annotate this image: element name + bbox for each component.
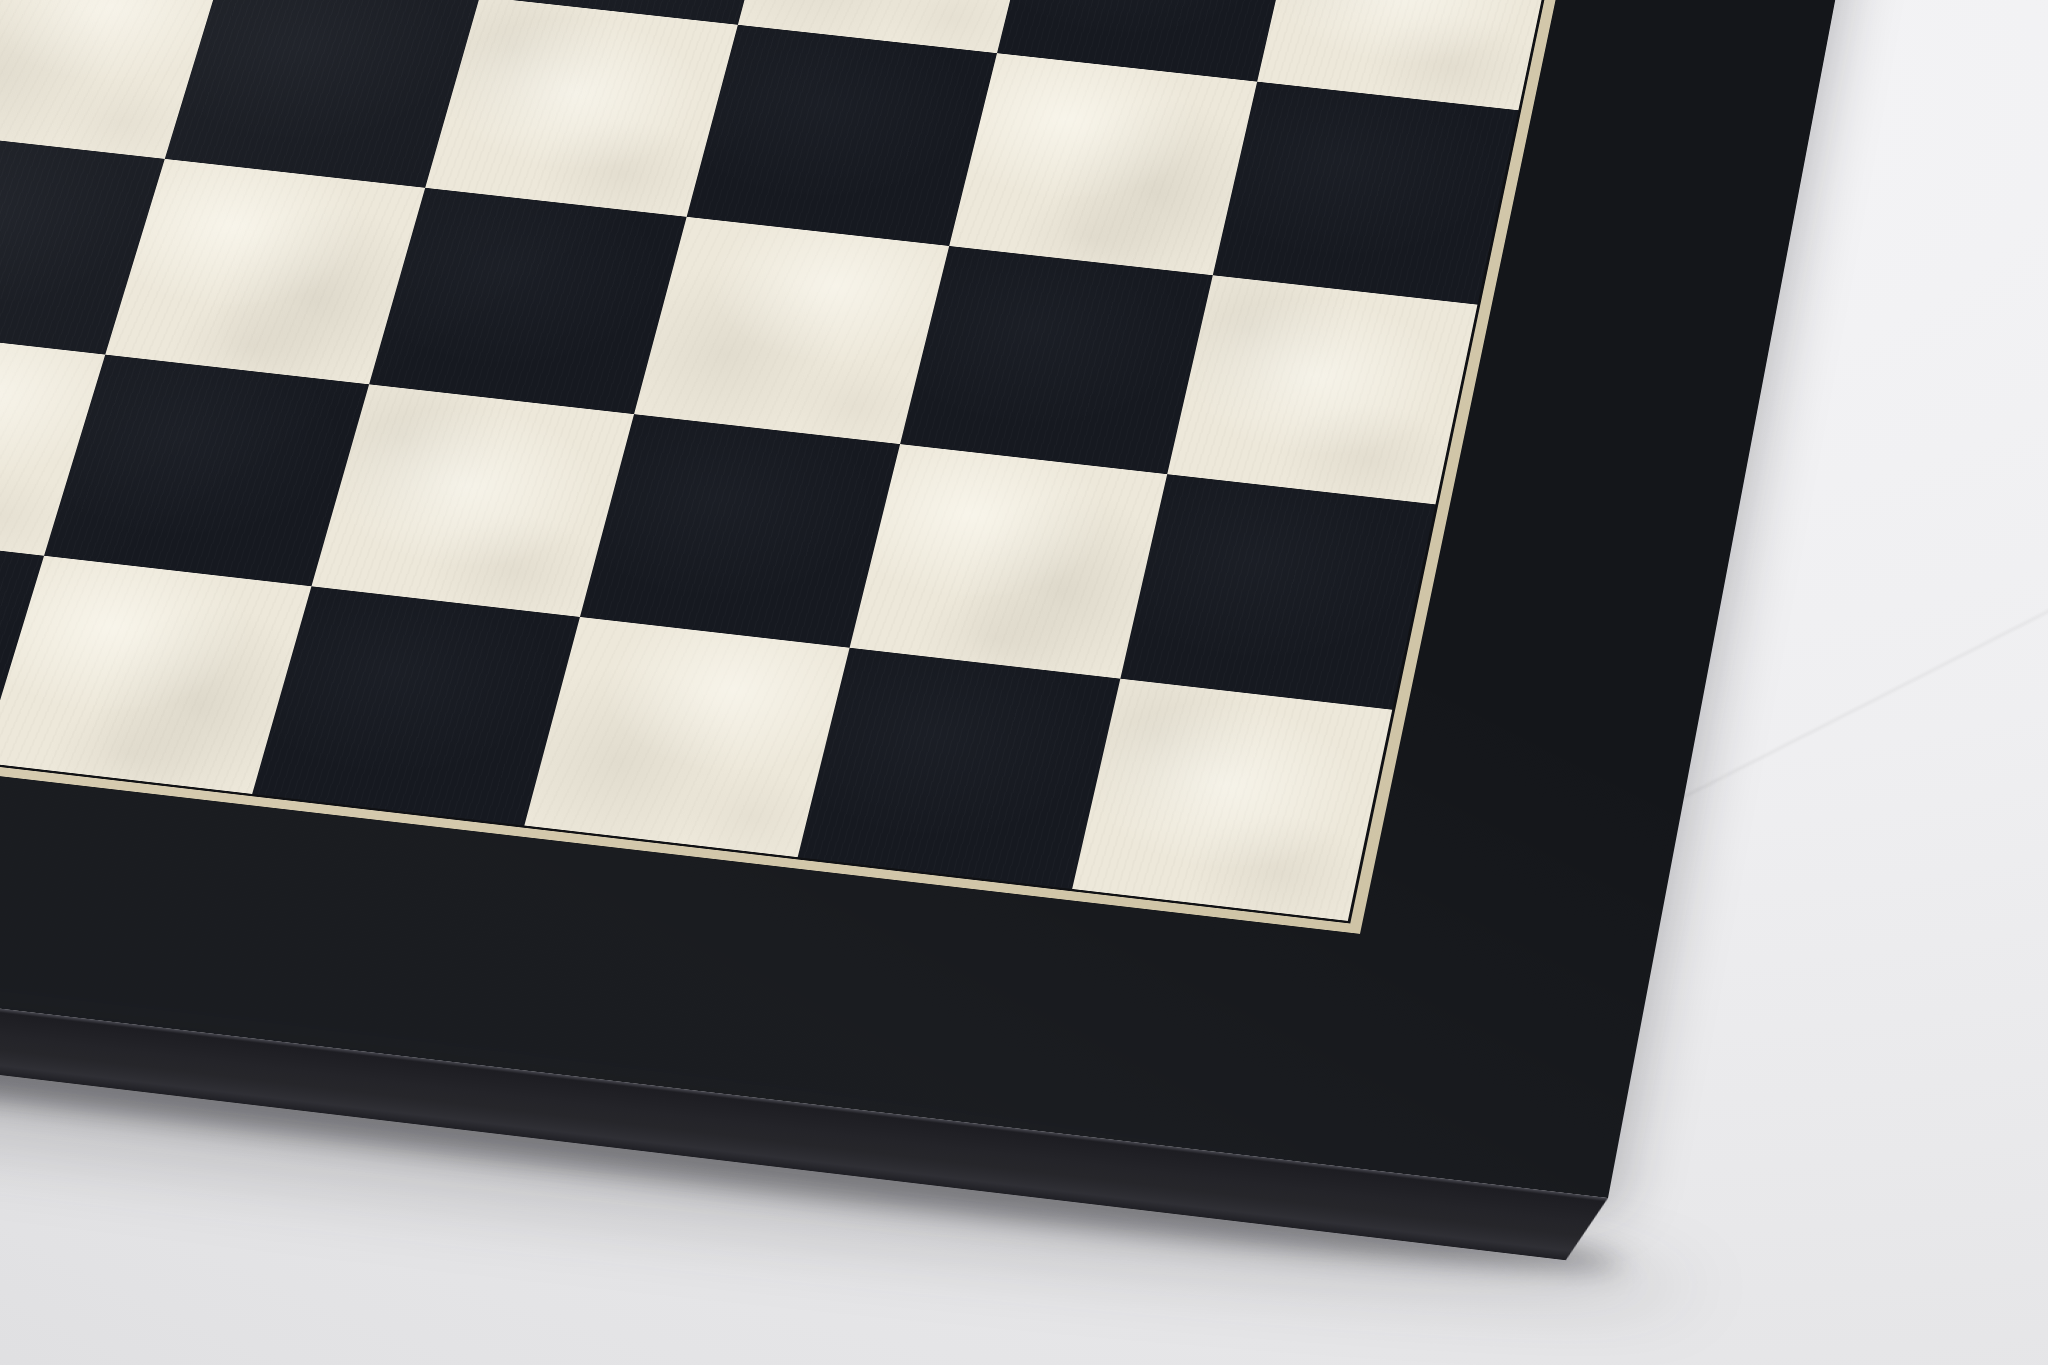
square-r5-c7 — [1167, 275, 1477, 504]
backdrop — [0, 0, 2048, 1365]
playing-field — [0, 0, 1672, 921]
square-r5-c4 — [369, 188, 687, 414]
chess-board — [0, 0, 1983, 1198]
square-r7-c5 — [524, 617, 849, 857]
square-r4-c7 — [1213, 82, 1519, 305]
board-field-outline — [0, 0, 1675, 923]
square-r4-c5 — [687, 25, 997, 246]
square-r6-c6 — [850, 444, 1168, 679]
square-r5-c3 — [105, 159, 425, 384]
square-r7-c6 — [798, 648, 1121, 889]
square-r4-c4 — [425, 0, 738, 217]
square-r6-c5 — [580, 414, 900, 648]
square-r6-c7 — [1120, 474, 1435, 710]
square-r7-c4 — [252, 586, 580, 825]
square-r4-c6 — [949, 53, 1257, 275]
square-r7-c7 — [1072, 679, 1392, 921]
board-inlay-line — [0, 0, 1687, 934]
square-r5-c6 — [900, 246, 1213, 474]
square-r5-c5 — [634, 217, 949, 444]
square-r6-c4 — [311, 384, 634, 617]
backdrop-crease-line — [1674, 546, 2048, 803]
